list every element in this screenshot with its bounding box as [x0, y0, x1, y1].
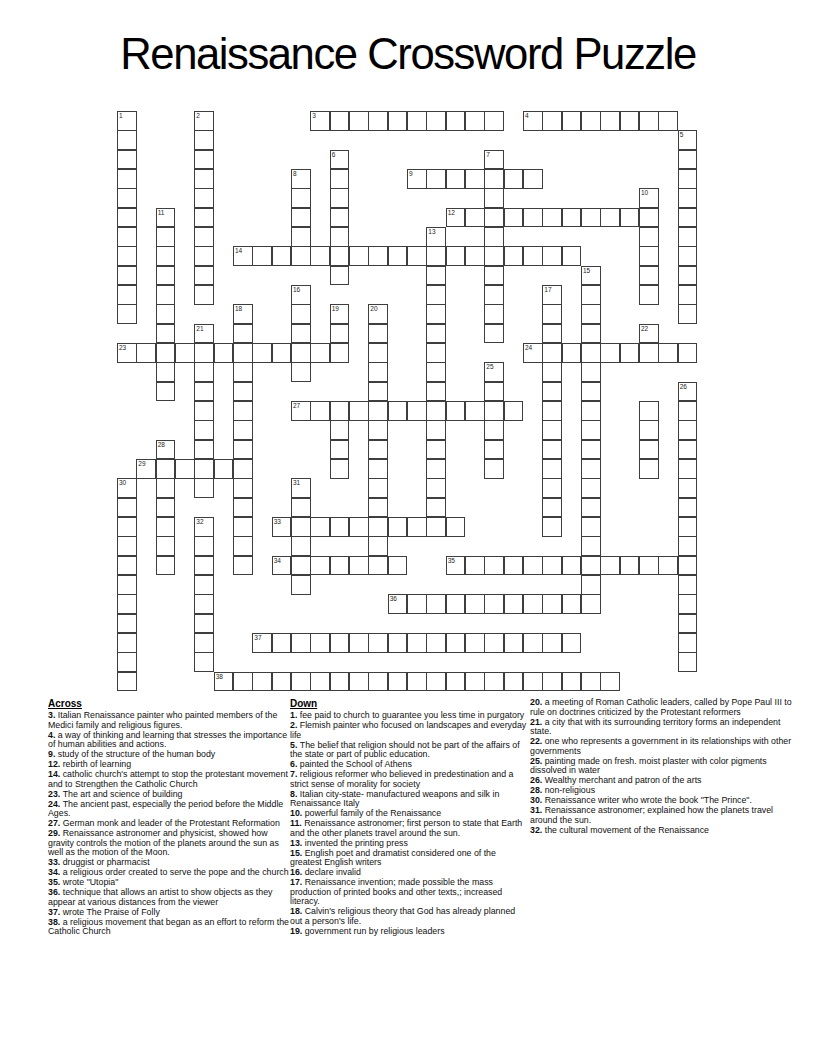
cell-29-11[interactable]	[330, 672, 350, 692]
cell-21-11[interactable]	[330, 517, 350, 537]
cell-5-11[interactable]	[330, 208, 350, 228]
cell-28-0[interactable]	[117, 652, 137, 672]
cell-24-9[interactable]	[291, 575, 311, 595]
cell-29-9[interactable]	[291, 672, 311, 692]
cell-21-6[interactable]	[233, 517, 253, 537]
cell-18-3[interactable]	[175, 459, 195, 479]
cell-20-22[interactable]	[542, 498, 562, 518]
cell-12-11[interactable]	[330, 343, 350, 363]
cell-29-24[interactable]	[581, 672, 601, 692]
cell-27-14[interactable]	[388, 633, 408, 653]
cell-0-21[interactable]: 4	[523, 111, 543, 131]
cell-14-6[interactable]	[233, 382, 253, 402]
cell-3-9[interactable]: 8	[291, 169, 311, 189]
cell-23-13[interactable]	[368, 556, 388, 576]
cell-27-9[interactable]	[291, 633, 311, 653]
cell-12-7[interactable]	[252, 343, 272, 363]
cell-10-16[interactable]	[426, 304, 446, 324]
cell-0-11[interactable]	[330, 111, 350, 131]
cell-19-4[interactable]	[194, 478, 214, 498]
cell-9-0[interactable]	[117, 285, 137, 305]
cell-3-4[interactable]	[194, 169, 214, 189]
cell-2-29[interactable]	[678, 150, 698, 170]
cell-22-9[interactable]	[291, 536, 311, 556]
cell-17-22[interactable]	[542, 440, 562, 460]
cell-15-16[interactable]	[426, 401, 446, 421]
cell-7-23[interactable]	[562, 246, 582, 266]
cell-29-21[interactable]	[523, 672, 543, 692]
cell-10-24[interactable]	[581, 304, 601, 324]
cell-20-16[interactable]	[426, 498, 446, 518]
cell-23-25[interactable]	[600, 556, 620, 576]
cell-10-22[interactable]	[542, 304, 562, 324]
cell-1-4[interactable]	[194, 130, 214, 150]
cell-20-0[interactable]	[117, 498, 137, 518]
cell-8-19[interactable]	[484, 266, 504, 286]
cell-18-6[interactable]	[233, 459, 253, 479]
cell-12-27[interactable]	[639, 343, 659, 363]
cell-18-16[interactable]	[426, 459, 446, 479]
cell-29-7[interactable]	[252, 672, 272, 692]
cell-21-0[interactable]	[117, 517, 137, 537]
cell-20-13[interactable]	[368, 498, 388, 518]
cell-21-10[interactable]	[310, 517, 330, 537]
cell-19-2[interactable]	[156, 478, 176, 498]
cell-9-9[interactable]: 16	[291, 285, 311, 305]
cell-23-20[interactable]	[504, 556, 524, 576]
cell-29-14[interactable]	[388, 672, 408, 692]
cell-27-22[interactable]	[542, 633, 562, 653]
cell-27-0[interactable]	[117, 633, 137, 653]
cell-9-27[interactable]	[639, 285, 659, 305]
cell-23-4[interactable]	[194, 556, 214, 576]
cell-11-2[interactable]	[156, 324, 176, 344]
cell-15-19[interactable]	[484, 401, 504, 421]
cell-15-13[interactable]	[368, 401, 388, 421]
cell-3-17[interactable]	[446, 169, 466, 189]
cell-29-19[interactable]	[484, 672, 504, 692]
cell-25-20[interactable]	[504, 594, 524, 614]
cell-7-7[interactable]	[252, 246, 272, 266]
cell-23-21[interactable]	[523, 556, 543, 576]
cell-16-27[interactable]	[639, 420, 659, 440]
cell-7-10[interactable]	[310, 246, 330, 266]
cell-29-6[interactable]	[233, 672, 253, 692]
cell-21-4[interactable]: 32	[194, 517, 214, 537]
cell-10-13[interactable]: 20	[368, 304, 388, 324]
cell-15-17[interactable]	[446, 401, 466, 421]
cell-15-11[interactable]	[330, 401, 350, 421]
cell-22-24[interactable]	[581, 536, 601, 556]
cell-8-24[interactable]: 15	[581, 266, 601, 286]
cell-17-27[interactable]	[639, 440, 659, 460]
cell-4-19[interactable]	[484, 188, 504, 208]
cell-12-2[interactable]	[156, 343, 176, 363]
cell-24-24[interactable]	[581, 575, 601, 595]
cell-29-15[interactable]	[407, 672, 427, 692]
cell-3-15[interactable]: 9	[407, 169, 427, 189]
cell-0-13[interactable]	[368, 111, 388, 131]
cell-9-16[interactable]	[426, 285, 446, 305]
cell-3-20[interactable]	[504, 169, 524, 189]
cell-17-24[interactable]	[581, 440, 601, 460]
cell-13-19[interactable]: 25	[484, 362, 504, 382]
cell-10-0[interactable]	[117, 304, 137, 324]
cell-14-13[interactable]	[368, 382, 388, 402]
cell-18-4[interactable]	[194, 459, 214, 479]
cell-7-20[interactable]	[504, 246, 524, 266]
cell-16-29[interactable]	[678, 420, 698, 440]
cell-12-21[interactable]: 24	[523, 343, 543, 363]
cell-27-11[interactable]	[330, 633, 350, 653]
cell-12-29[interactable]	[678, 343, 698, 363]
cell-5-18[interactable]	[465, 208, 485, 228]
cell-26-4[interactable]	[194, 614, 214, 634]
cell-26-0[interactable]	[117, 614, 137, 634]
cell-27-16[interactable]	[426, 633, 446, 653]
cell-3-11[interactable]	[330, 169, 350, 189]
cell-29-10[interactable]	[310, 672, 330, 692]
cell-7-0[interactable]	[117, 246, 137, 266]
cell-21-29[interactable]	[678, 517, 698, 537]
cell-5-19[interactable]	[484, 208, 504, 228]
cell-14-19[interactable]	[484, 382, 504, 402]
cell-23-11[interactable]	[330, 556, 350, 576]
cell-0-18[interactable]	[465, 111, 485, 131]
cell-12-3[interactable]	[175, 343, 195, 363]
cell-25-22[interactable]	[542, 594, 562, 614]
cell-21-22[interactable]	[542, 517, 562, 537]
cell-21-13[interactable]	[368, 517, 388, 537]
cell-21-15[interactable]	[407, 517, 427, 537]
cell-11-4[interactable]: 21	[194, 324, 214, 344]
cell-23-24[interactable]	[581, 556, 601, 576]
cell-4-4[interactable]	[194, 188, 214, 208]
cell-0-28[interactable]	[658, 111, 678, 131]
cell-23-22[interactable]	[542, 556, 562, 576]
cell-13-16[interactable]	[426, 362, 446, 382]
cell-5-0[interactable]	[117, 208, 137, 228]
cell-7-11[interactable]	[330, 246, 350, 266]
cell-9-24[interactable]	[581, 285, 601, 305]
cell-11-22[interactable]	[542, 324, 562, 344]
cell-14-22[interactable]	[542, 382, 562, 402]
cell-12-28[interactable]	[658, 343, 678, 363]
cell-8-4[interactable]	[194, 266, 214, 286]
cell-12-23[interactable]	[562, 343, 582, 363]
cell-15-29[interactable]	[678, 401, 698, 421]
cell-10-9[interactable]	[291, 304, 311, 324]
cell-23-0[interactable]	[117, 556, 137, 576]
cell-24-4[interactable]	[194, 575, 214, 595]
cell-25-19[interactable]	[484, 594, 504, 614]
cell-12-13[interactable]	[368, 343, 388, 363]
cell-19-29[interactable]	[678, 478, 698, 498]
cell-5-27[interactable]	[639, 208, 659, 228]
cell-3-19[interactable]	[484, 169, 504, 189]
cell-15-24[interactable]	[581, 401, 601, 421]
cell-17-6[interactable]	[233, 440, 253, 460]
cell-22-29[interactable]	[678, 536, 698, 556]
cell-5-24[interactable]	[581, 208, 601, 228]
cell-18-1[interactable]: 29	[136, 459, 156, 479]
cell-12-5[interactable]	[214, 343, 234, 363]
cell-17-2[interactable]: 28	[156, 440, 176, 460]
cell-27-4[interactable]	[194, 633, 214, 653]
cell-23-6[interactable]	[233, 556, 253, 576]
cell-7-13[interactable]	[368, 246, 388, 266]
cell-13-22[interactable]	[542, 362, 562, 382]
cell-18-19[interactable]	[484, 459, 504, 479]
cell-21-9[interactable]	[291, 517, 311, 537]
cell-24-0[interactable]	[117, 575, 137, 595]
cell-9-2[interactable]	[156, 285, 176, 305]
cell-0-10[interactable]: 3	[310, 111, 330, 131]
cell-0-15[interactable]	[407, 111, 427, 131]
cell-19-24[interactable]	[581, 478, 601, 498]
cell-25-14[interactable]: 36	[388, 594, 408, 614]
cell-6-4[interactable]	[194, 227, 214, 247]
cell-18-11[interactable]	[330, 459, 350, 479]
cell-1-29[interactable]: 5	[678, 130, 698, 150]
cell-21-16[interactable]	[426, 517, 446, 537]
cell-5-17[interactable]: 12	[446, 208, 466, 228]
cell-23-2[interactable]	[156, 556, 176, 576]
cell-15-18[interactable]	[465, 401, 485, 421]
cell-19-22[interactable]	[542, 478, 562, 498]
cell-0-4[interactable]: 2	[194, 111, 214, 131]
cell-23-14[interactable]	[388, 556, 408, 576]
cell-21-12[interactable]	[349, 517, 369, 537]
cell-23-9[interactable]	[291, 556, 311, 576]
cell-9-19[interactable]	[484, 285, 504, 305]
cell-0-16[interactable]	[426, 111, 446, 131]
cell-23-27[interactable]	[639, 556, 659, 576]
cell-5-9[interactable]	[291, 208, 311, 228]
cell-15-27[interactable]	[639, 401, 659, 421]
cell-2-0[interactable]	[117, 150, 137, 170]
cell-20-2[interactable]	[156, 498, 176, 518]
cell-29-5[interactable]: 38	[214, 672, 234, 692]
cell-11-27[interactable]: 22	[639, 324, 659, 344]
cell-3-29[interactable]	[678, 169, 698, 189]
cell-15-15[interactable]	[407, 401, 427, 421]
cell-0-17[interactable]	[446, 111, 466, 131]
cell-5-4[interactable]	[194, 208, 214, 228]
cell-13-2[interactable]	[156, 362, 176, 382]
cell-7-6[interactable]: 14	[233, 246, 253, 266]
cell-0-24[interactable]	[581, 111, 601, 131]
cell-29-13[interactable]	[368, 672, 388, 692]
cell-7-22[interactable]	[542, 246, 562, 266]
cell-0-26[interactable]	[620, 111, 640, 131]
cell-7-9[interactable]	[291, 246, 311, 266]
cell-23-12[interactable]	[349, 556, 369, 576]
cell-0-23[interactable]	[562, 111, 582, 131]
cell-28-29[interactable]	[678, 652, 698, 672]
cell-20-9[interactable]	[291, 498, 311, 518]
cell-12-22[interactable]	[542, 343, 562, 363]
cell-17-16[interactable]	[426, 440, 446, 460]
cell-5-21[interactable]	[523, 208, 543, 228]
cell-11-9[interactable]	[291, 324, 311, 344]
cell-4-9[interactable]	[291, 188, 311, 208]
cell-3-21[interactable]	[523, 169, 543, 189]
cell-8-27[interactable]	[639, 266, 659, 286]
cell-15-6[interactable]	[233, 401, 253, 421]
cell-23-19[interactable]	[484, 556, 504, 576]
cell-25-29[interactable]	[678, 594, 698, 614]
cell-1-0[interactable]	[117, 130, 137, 150]
cell-12-26[interactable]	[620, 343, 640, 363]
cell-7-4[interactable]	[194, 246, 214, 266]
cell-29-22[interactable]	[542, 672, 562, 692]
cell-24-29[interactable]	[678, 575, 698, 595]
cell-11-24[interactable]	[581, 324, 601, 344]
cell-2-19[interactable]: 7	[484, 150, 504, 170]
cell-5-26[interactable]	[620, 208, 640, 228]
cell-4-0[interactable]	[117, 188, 137, 208]
cell-15-22[interactable]	[542, 401, 562, 421]
cell-10-6[interactable]: 18	[233, 304, 253, 324]
cell-16-24[interactable]	[581, 420, 601, 440]
cell-6-0[interactable]	[117, 227, 137, 247]
cell-5-23[interactable]	[562, 208, 582, 228]
cell-9-22[interactable]: 17	[542, 285, 562, 305]
cell-7-17[interactable]	[446, 246, 466, 266]
cell-18-2[interactable]	[156, 459, 176, 479]
cell-12-24[interactable]	[581, 343, 601, 363]
cell-28-4[interactable]	[194, 652, 214, 672]
cell-16-6[interactable]	[233, 420, 253, 440]
cell-7-19[interactable]	[484, 246, 504, 266]
cell-12-4[interactable]	[194, 343, 214, 363]
cell-22-4[interactable]	[194, 536, 214, 556]
cell-23-28[interactable]	[658, 556, 678, 576]
cell-27-13[interactable]	[368, 633, 388, 653]
cell-18-13[interactable]	[368, 459, 388, 479]
cell-13-24[interactable]	[581, 362, 601, 382]
cell-13-4[interactable]	[194, 362, 214, 382]
cell-12-10[interactable]	[310, 343, 330, 363]
cell-27-23[interactable]	[562, 633, 582, 653]
cell-7-21[interactable]	[523, 246, 543, 266]
cell-18-27[interactable]	[639, 459, 659, 479]
cell-3-18[interactable]	[465, 169, 485, 189]
cell-2-11[interactable]: 6	[330, 150, 350, 170]
cell-11-6[interactable]	[233, 324, 253, 344]
cell-8-16[interactable]	[426, 266, 446, 286]
cell-27-18[interactable]	[465, 633, 485, 653]
cell-16-13[interactable]	[368, 420, 388, 440]
cell-4-29[interactable]	[678, 188, 698, 208]
cell-20-24[interactable]	[581, 498, 601, 518]
cell-12-9[interactable]	[291, 343, 311, 363]
cell-27-12[interactable]	[349, 633, 369, 653]
cell-8-2[interactable]	[156, 266, 176, 286]
cell-23-23[interactable]	[562, 556, 582, 576]
cell-7-29[interactable]	[678, 246, 698, 266]
cell-4-11[interactable]	[330, 188, 350, 208]
cell-17-29[interactable]	[678, 440, 698, 460]
cell-15-14[interactable]	[388, 401, 408, 421]
cell-22-13[interactable]	[368, 536, 388, 556]
cell-8-29[interactable]	[678, 266, 698, 286]
cell-0-12[interactable]	[349, 111, 369, 131]
cell-14-24[interactable]	[581, 382, 601, 402]
cell-0-0[interactable]: 1	[117, 111, 137, 131]
cell-13-13[interactable]	[368, 362, 388, 382]
cell-12-1[interactable]	[136, 343, 156, 363]
cell-6-2[interactable]	[156, 227, 176, 247]
cell-15-20[interactable]	[504, 401, 524, 421]
cell-17-13[interactable]	[368, 440, 388, 460]
cell-8-11[interactable]	[330, 266, 350, 286]
cell-12-6[interactable]	[233, 343, 253, 363]
cell-12-16[interactable]	[426, 343, 446, 363]
cell-10-11[interactable]: 19	[330, 304, 350, 324]
cell-21-24[interactable]	[581, 517, 601, 537]
cell-14-29[interactable]: 26	[678, 382, 698, 402]
cell-19-16[interactable]	[426, 478, 446, 498]
cell-29-25[interactable]	[600, 672, 620, 692]
cell-25-21[interactable]	[523, 594, 543, 614]
cell-16-16[interactable]	[426, 420, 446, 440]
cell-10-29[interactable]	[678, 304, 698, 324]
cell-15-12[interactable]	[349, 401, 369, 421]
cell-18-29[interactable]	[678, 459, 698, 479]
cell-11-16[interactable]	[426, 324, 446, 344]
cell-15-10[interactable]	[310, 401, 330, 421]
cell-26-29[interactable]	[678, 614, 698, 634]
cell-6-9[interactable]	[291, 227, 311, 247]
cell-11-13[interactable]	[368, 324, 388, 344]
cell-0-14[interactable]	[388, 111, 408, 131]
cell-5-20[interactable]	[504, 208, 524, 228]
cell-0-19[interactable]	[484, 111, 504, 131]
cell-18-5[interactable]	[214, 459, 234, 479]
cell-14-4[interactable]	[194, 382, 214, 402]
cell-25-0[interactable]	[117, 594, 137, 614]
cell-11-19[interactable]	[484, 324, 504, 344]
cell-29-12[interactable]	[349, 672, 369, 692]
cell-8-0[interactable]	[117, 266, 137, 286]
cell-27-21[interactable]	[523, 633, 543, 653]
cell-12-0[interactable]: 23	[117, 343, 137, 363]
cell-21-8[interactable]: 33	[272, 517, 292, 537]
cell-27-29[interactable]	[678, 633, 698, 653]
cell-16-19[interactable]	[484, 420, 504, 440]
cell-12-25[interactable]	[600, 343, 620, 363]
cell-5-25[interactable]	[600, 208, 620, 228]
cell-7-15[interactable]	[407, 246, 427, 266]
cell-29-0[interactable]	[117, 672, 137, 692]
cell-3-0[interactable]	[117, 169, 137, 189]
cell-18-22[interactable]	[542, 459, 562, 479]
cell-7-16[interactable]	[426, 246, 446, 266]
cell-6-16[interactable]: 13	[426, 227, 446, 247]
cell-27-20[interactable]	[504, 633, 524, 653]
cell-0-22[interactable]	[542, 111, 562, 131]
cell-23-18[interactable]	[465, 556, 485, 576]
cell-19-9[interactable]: 31	[291, 478, 311, 498]
cell-12-8[interactable]	[272, 343, 292, 363]
cell-7-27[interactable]	[639, 246, 659, 266]
cell-27-8[interactable]	[272, 633, 292, 653]
cell-15-4[interactable]	[194, 401, 214, 421]
cell-17-4[interactable]	[194, 440, 214, 460]
cell-27-17[interactable]	[446, 633, 466, 653]
